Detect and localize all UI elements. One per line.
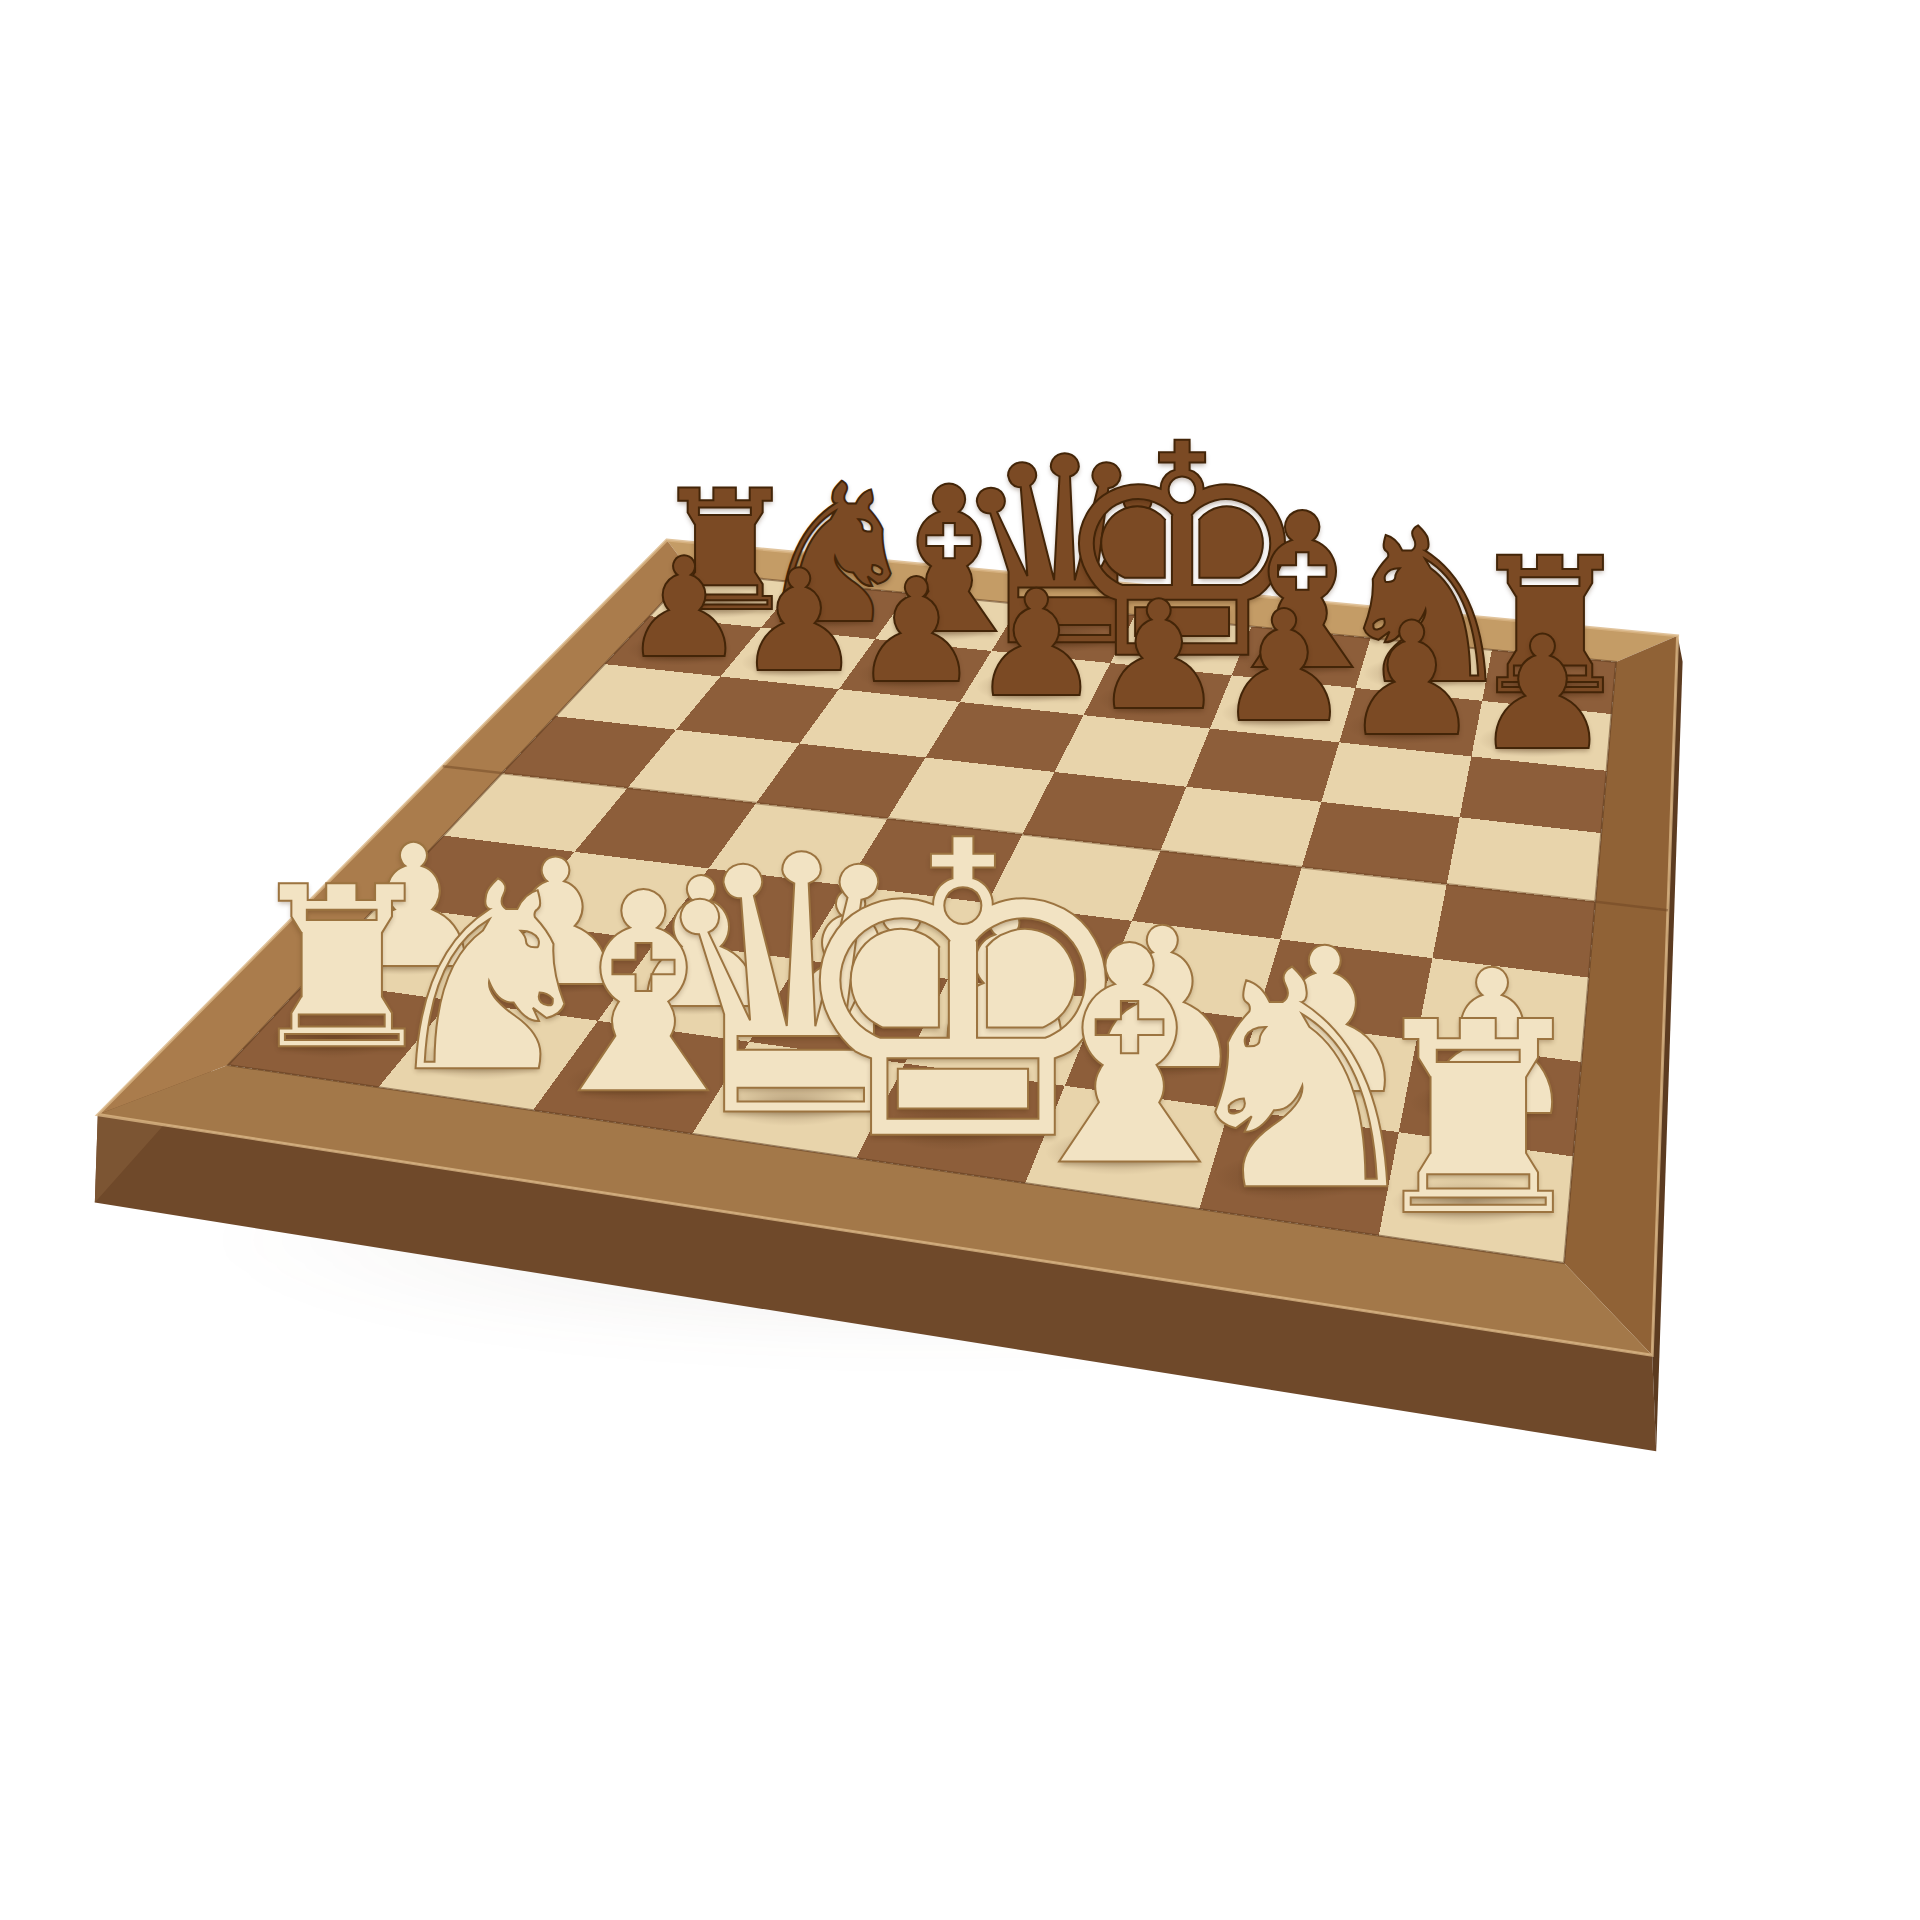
piece-black-pawn[interactable]: ♟: [736, 550, 862, 691]
piece-black-pawn[interactable]: ♟: [1092, 581, 1227, 731]
piece-black-pawn[interactable]: ♟: [1215, 591, 1353, 744]
piece-black-pawn[interactable]: ♟: [970, 570, 1102, 717]
piece-white-rook[interactable]: ♜: [1359, 988, 1597, 1253]
piece-black-pawn[interactable]: ♟: [1342, 602, 1483, 759]
piece-black-pawn[interactable]: ♟: [852, 560, 981, 704]
product-photo: ♜♞♝♛♚♟♝♟♞♟♜♟♟♟♟♟♟♟♟♟♟♜♟♞♟♝♟♛♚♝♞♜: [0, 0, 1920, 1920]
piece-black-pawn[interactable]: ♟: [1472, 616, 1613, 773]
piece-black-pawn[interactable]: ♟: [622, 541, 746, 679]
